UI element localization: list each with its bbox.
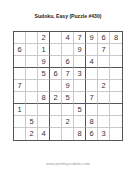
cell-r2c9 (110, 44, 122, 56)
cell-r8c3 (38, 116, 50, 128)
footer-url: www.printmysudoku.com (23, 162, 113, 166)
cell-r7c8 (98, 104, 110, 116)
cell-r1c2 (26, 32, 38, 44)
cell-r5c2 (26, 80, 38, 92)
cell-r3c1 (14, 56, 26, 68)
cell-r9c3: 4 (38, 128, 50, 140)
cell-r3c2 (26, 56, 38, 68)
cell-r7c1: 1 (14, 104, 26, 116)
cell-r6c5: 5 (62, 92, 74, 104)
cell-r6c1 (14, 92, 26, 104)
cell-r5c3 (38, 80, 50, 92)
cell-r3c6 (74, 56, 86, 68)
cell-r7c2 (26, 104, 38, 116)
cell-r4c9 (110, 68, 122, 80)
cell-r1c6: 7 (74, 32, 86, 44)
cell-r9c8: 3 (98, 128, 110, 140)
cell-r6c3: 8 (38, 92, 50, 104)
cell-r1c7: 9 (86, 32, 98, 44)
cell-r9c7: 6 (86, 128, 98, 140)
cell-r6c2 (26, 92, 38, 104)
cell-r5c5: 9 (62, 80, 74, 92)
cell-r2c8: 7 (98, 44, 110, 56)
cell-r3c4 (50, 56, 62, 68)
cell-r6c6 (74, 92, 86, 104)
cell-r4c7 (86, 68, 98, 80)
cell-r7c4 (50, 104, 62, 116)
puzzle-title: Sudoku, Easy (Puzzle #430) (10, 13, 126, 18)
cell-r5c6 (74, 80, 86, 92)
cell-r5c7 (86, 80, 98, 92)
cell-r5c4 (50, 80, 62, 92)
cell-r9c1 (14, 128, 26, 140)
cell-r5c9 (110, 80, 122, 92)
cell-r6c7: 7 (86, 92, 98, 104)
cell-r3c3: 9 (38, 56, 50, 68)
cell-r1c9: 8 (110, 32, 122, 44)
cell-r5c8: 2 (98, 80, 110, 92)
cell-r1c4 (50, 32, 62, 44)
cell-r4c1 (14, 68, 26, 80)
cell-r9c2: 2 (26, 128, 38, 140)
sudoku-sheet: Sudoku, Easy (Puzzle #430) 2479686197964… (0, 0, 136, 176)
cell-r2c3: 1 (38, 44, 50, 56)
cell-r6c9 (110, 92, 122, 104)
cell-r7c9 (110, 104, 122, 116)
cell-r8c9 (110, 116, 122, 128)
cell-r2c2 (26, 44, 38, 56)
cell-r8c1 (14, 116, 26, 128)
cell-r7c5 (62, 104, 74, 116)
cell-r7c7 (86, 104, 98, 116)
cell-r7c3 (38, 104, 50, 116)
cell-r2c5 (62, 44, 74, 56)
cell-r5c1: 7 (14, 80, 26, 92)
cell-r4c3: 5 (38, 68, 50, 80)
cell-r4c6: 3 (74, 68, 86, 80)
cell-r8c2: 5 (26, 116, 38, 128)
cell-r4c8 (98, 68, 110, 80)
cell-r3c8 (98, 56, 110, 68)
cell-r3c5: 6 (62, 56, 74, 68)
cell-r8c7: 8 (86, 116, 98, 128)
cell-r3c7: 4 (86, 56, 98, 68)
cell-r1c8: 6 (98, 32, 110, 44)
cell-r8c5: 2 (62, 116, 74, 128)
cell-r1c3: 2 (38, 32, 50, 44)
cell-r6c8 (98, 92, 110, 104)
cell-r9c9 (110, 128, 122, 140)
cell-r9c6: 8 (74, 128, 86, 140)
cell-r8c4 (50, 116, 62, 128)
cell-r8c8 (98, 116, 110, 128)
cell-r6c4: 2 (50, 92, 62, 104)
cell-r2c4 (50, 44, 62, 56)
cell-r8c6 (74, 116, 86, 128)
cell-r1c5: 4 (62, 32, 74, 44)
cell-r4c5: 7 (62, 68, 74, 80)
cell-r3c9 (110, 56, 122, 68)
cell-r4c2 (26, 68, 38, 80)
cell-r2c6: 9 (74, 44, 86, 56)
cell-r2c1: 6 (14, 44, 26, 56)
cell-r7c6: 5 (74, 104, 86, 116)
cell-r2c7 (86, 44, 98, 56)
cell-r4c4: 6 (50, 68, 62, 80)
cell-r9c4 (50, 128, 62, 140)
cell-r9c5 (62, 128, 74, 140)
sudoku-board: 2479686197964567379282571552824863 (13, 31, 123, 141)
cell-r1c1 (14, 32, 26, 44)
